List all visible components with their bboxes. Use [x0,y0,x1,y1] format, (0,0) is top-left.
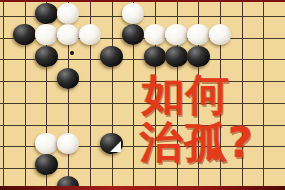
caption-line-2: 治孤? [140,121,254,164]
white-stone [209,24,232,45]
go-app-screenshot: 如何 治孤? [0,0,285,190]
white-stone [144,24,167,45]
black-stone [57,68,80,89]
white-stone [57,3,80,24]
white-stone [187,24,210,45]
triangle-marker [110,141,121,152]
star-point-dot [70,51,74,55]
white-stone [57,133,80,154]
bottom-edge-strip [0,186,285,190]
white-stone [165,24,188,45]
black-stone [35,46,58,67]
marked-black-stone [100,133,123,154]
grid-line-vertical [3,0,4,190]
grid-line-vertical [112,0,113,190]
white-stone [79,24,102,45]
grid-line-vertical [263,0,264,190]
black-stone [35,154,58,175]
black-stone [13,24,36,45]
black-stone [187,46,210,67]
black-stone [144,46,167,67]
white-stone [35,133,58,154]
black-stone [100,46,123,67]
white-stone [57,24,80,45]
caption-line-1: 如何 [142,73,230,116]
black-stone [35,3,58,24]
top-edge-strip [0,0,285,2]
black-stone [165,46,188,67]
white-stone [122,3,145,24]
black-stone [122,24,145,45]
white-stone [35,24,58,45]
